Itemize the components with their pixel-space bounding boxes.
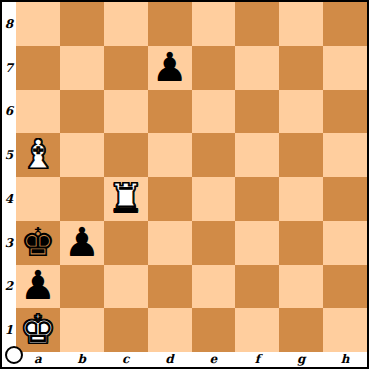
square-c4[interactable]: ♜ — [104, 177, 148, 221]
square-d5[interactable] — [148, 133, 192, 177]
square-g7[interactable] — [279, 46, 323, 90]
square-b1[interactable] — [60, 308, 104, 352]
square-a1[interactable]: ♚ — [16, 308, 60, 352]
square-g6[interactable] — [279, 90, 323, 134]
file-label-h: h — [323, 352, 367, 367]
rank-label-8: 8 — [2, 2, 16, 46]
file-label-d: d — [148, 352, 192, 367]
rank-label-5: 5 — [2, 133, 16, 177]
white-king[interactable]: ♚ — [20, 309, 56, 349]
black-pawn[interactable]: ♟ — [20, 265, 56, 305]
square-a3[interactable]: ♚ — [16, 221, 60, 265]
square-d4[interactable] — [148, 177, 192, 221]
square-e2[interactable] — [192, 265, 236, 309]
square-b2[interactable] — [60, 265, 104, 309]
square-a7[interactable] — [16, 46, 60, 90]
square-d3[interactable] — [148, 221, 192, 265]
square-h2[interactable] — [323, 265, 367, 309]
file-label-c: c — [104, 352, 148, 367]
chess-diagram: 87654321 ♟♝♜♚♟♟♚ abcdefgh — [0, 0, 369, 369]
square-a4[interactable] — [16, 177, 60, 221]
square-f7[interactable] — [235, 46, 279, 90]
rank-label-7: 7 — [2, 46, 16, 90]
square-h3[interactable] — [323, 221, 367, 265]
black-king[interactable]: ♚ — [20, 222, 56, 262]
black-pawn[interactable]: ♟ — [152, 47, 188, 87]
square-c5[interactable] — [104, 133, 148, 177]
square-e6[interactable] — [192, 90, 236, 134]
square-g1[interactable] — [279, 308, 323, 352]
chess-board: ♟♝♜♚♟♟♚ — [16, 2, 367, 352]
square-f4[interactable] — [235, 177, 279, 221]
square-b8[interactable] — [60, 2, 104, 46]
square-e8[interactable] — [192, 2, 236, 46]
square-h5[interactable] — [323, 133, 367, 177]
square-a6[interactable] — [16, 90, 60, 134]
file-label-b: b — [60, 352, 104, 367]
square-h8[interactable] — [323, 2, 367, 46]
square-e1[interactable] — [192, 308, 236, 352]
white-to-move-indicator — [5, 346, 23, 364]
square-b6[interactable] — [60, 90, 104, 134]
square-f3[interactable] — [235, 221, 279, 265]
square-a8[interactable] — [16, 2, 60, 46]
rank-label-3: 3 — [2, 221, 16, 265]
black-pawn[interactable]: ♟ — [64, 222, 100, 262]
square-g3[interactable] — [279, 221, 323, 265]
file-labels: abcdefgh — [16, 352, 367, 367]
square-c8[interactable] — [104, 2, 148, 46]
file-label-e: e — [192, 352, 236, 367]
square-f2[interactable] — [235, 265, 279, 309]
rank-label-6: 6 — [2, 90, 16, 134]
square-a5[interactable]: ♝ — [16, 133, 60, 177]
rank-labels: 87654321 — [2, 2, 16, 352]
square-b4[interactable] — [60, 177, 104, 221]
square-g8[interactable] — [279, 2, 323, 46]
square-f6[interactable] — [235, 90, 279, 134]
square-f8[interactable] — [235, 2, 279, 46]
square-d8[interactable] — [148, 2, 192, 46]
square-e7[interactable] — [192, 46, 236, 90]
square-g2[interactable] — [279, 265, 323, 309]
square-c1[interactable] — [104, 308, 148, 352]
square-h7[interactable] — [323, 46, 367, 90]
white-rook[interactable]: ♜ — [108, 178, 144, 218]
file-label-f: f — [235, 352, 279, 367]
square-d6[interactable] — [148, 90, 192, 134]
square-h6[interactable] — [323, 90, 367, 134]
square-f1[interactable] — [235, 308, 279, 352]
square-f5[interactable] — [235, 133, 279, 177]
rank-label-4: 4 — [2, 177, 16, 221]
white-bishop[interactable]: ♝ — [20, 134, 56, 174]
square-e4[interactable] — [192, 177, 236, 221]
square-b3[interactable]: ♟ — [60, 221, 104, 265]
square-c7[interactable] — [104, 46, 148, 90]
square-b5[interactable] — [60, 133, 104, 177]
square-a2[interactable]: ♟ — [16, 265, 60, 309]
square-d7[interactable]: ♟ — [148, 46, 192, 90]
square-c6[interactable] — [104, 90, 148, 134]
square-c3[interactable] — [104, 221, 148, 265]
square-h1[interactable] — [323, 308, 367, 352]
square-d1[interactable] — [148, 308, 192, 352]
square-e5[interactable] — [192, 133, 236, 177]
square-b7[interactable] — [60, 46, 104, 90]
file-label-g: g — [279, 352, 323, 367]
square-e3[interactable] — [192, 221, 236, 265]
square-g4[interactable] — [279, 177, 323, 221]
square-d2[interactable] — [148, 265, 192, 309]
square-h4[interactable] — [323, 177, 367, 221]
square-c2[interactable] — [104, 265, 148, 309]
square-g5[interactable] — [279, 133, 323, 177]
rank-label-2: 2 — [2, 265, 16, 309]
